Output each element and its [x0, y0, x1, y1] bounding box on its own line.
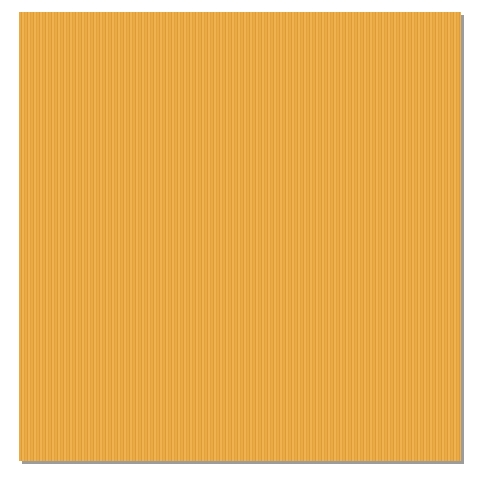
goban-app [0, 0, 480, 480]
go-board[interactable] [19, 12, 461, 461]
